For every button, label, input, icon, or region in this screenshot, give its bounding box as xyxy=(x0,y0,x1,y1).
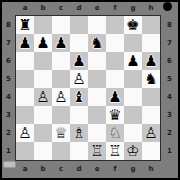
square-d5[interactable]: ♙ xyxy=(70,70,88,88)
square-a4[interactable] xyxy=(16,88,34,106)
square-a6[interactable] xyxy=(16,52,34,70)
square-c3[interactable] xyxy=(52,106,70,124)
square-d1[interactable] xyxy=(70,142,88,160)
square-g2[interactable] xyxy=(124,124,142,142)
rank-label-7: 7 xyxy=(161,34,178,52)
chess-diagram: abcdefgh abcdefgh 87654321 87654321 ♜♚♟♟… xyxy=(0,0,180,180)
piece-black-pawn[interactable]: ♟ xyxy=(144,52,157,70)
file-label-a: a xyxy=(16,163,34,176)
square-d7[interactable] xyxy=(70,34,88,52)
rank-labels-right: 87654321 xyxy=(161,16,178,160)
rank-label-7: 7 xyxy=(2,34,15,52)
square-h3[interactable] xyxy=(142,106,160,124)
file-label-c: c xyxy=(52,163,70,176)
black-to-move-indicator xyxy=(163,2,172,11)
square-b8[interactable] xyxy=(34,16,52,34)
square-f3[interactable]: ♛ xyxy=(106,106,124,124)
square-a7[interactable]: ♟ xyxy=(16,34,34,52)
square-c5[interactable] xyxy=(52,70,70,88)
square-f6[interactable] xyxy=(106,52,124,70)
square-h6[interactable]: ♟ xyxy=(142,52,160,70)
rank-label-4: 4 xyxy=(2,88,15,106)
frame-corner-badge xyxy=(3,161,16,168)
rank-label-1: 1 xyxy=(161,142,178,160)
square-b5[interactable] xyxy=(34,70,52,88)
rank-label-2: 2 xyxy=(161,124,178,142)
file-labels-top: abcdefgh xyxy=(16,2,160,15)
square-f1[interactable]: ♖ xyxy=(106,142,124,160)
square-e3[interactable] xyxy=(88,106,106,124)
piece-black-rook[interactable]: ♜ xyxy=(18,16,31,34)
piece-white-king[interactable]: ♔ xyxy=(126,142,139,160)
piece-white-rook[interactable]: ♖ xyxy=(90,142,103,160)
file-label-f: f xyxy=(106,163,124,176)
chess-board: ♜♚♟♟♟♞♟♟♟♙♞♙♙♝♟♛♙♕♗♘♙♖♖♔ xyxy=(15,15,161,161)
rank-label-6: 6 xyxy=(161,52,178,70)
piece-black-pawn[interactable]: ♟ xyxy=(126,52,139,70)
square-h4[interactable] xyxy=(142,88,160,106)
piece-white-queen[interactable]: ♕ xyxy=(54,124,67,142)
file-label-c: c xyxy=(52,2,70,15)
file-label-e: e xyxy=(88,2,106,15)
piece-black-pawn[interactable]: ♟ xyxy=(72,52,85,70)
square-a1[interactable] xyxy=(16,142,34,160)
square-f2[interactable]: ♘ xyxy=(106,124,124,142)
square-h2[interactable]: ♙ xyxy=(142,124,160,142)
piece-black-knight[interactable]: ♞ xyxy=(90,34,103,52)
piece-black-pawn[interactable]: ♟ xyxy=(36,34,49,52)
rank-label-3: 3 xyxy=(161,106,178,124)
square-e1[interactable]: ♖ xyxy=(88,142,106,160)
piece-black-bishop[interactable]: ♝ xyxy=(72,88,85,106)
piece-black-knight[interactable]: ♞ xyxy=(144,70,157,88)
square-a5[interactable] xyxy=(16,70,34,88)
rank-label-2: 2 xyxy=(2,124,15,142)
square-e5[interactable] xyxy=(88,70,106,88)
square-c7[interactable]: ♟ xyxy=(52,34,70,52)
piece-white-pawn[interactable]: ♙ xyxy=(144,124,157,142)
file-label-f: f xyxy=(106,2,124,15)
rank-label-8: 8 xyxy=(161,16,178,34)
square-h1[interactable] xyxy=(142,142,160,160)
square-f8[interactable] xyxy=(106,16,124,34)
rank-label-5: 5 xyxy=(2,70,15,88)
piece-white-pawn[interactable]: ♙ xyxy=(18,124,31,142)
square-h7[interactable] xyxy=(142,34,160,52)
square-f5[interactable] xyxy=(106,70,124,88)
rank-label-6: 6 xyxy=(2,52,15,70)
square-e8[interactable] xyxy=(88,16,106,34)
rank-label-3: 3 xyxy=(2,106,15,124)
square-a8[interactable]: ♜ xyxy=(16,16,34,34)
square-d3[interactable] xyxy=(70,106,88,124)
square-g3[interactable] xyxy=(124,106,142,124)
piece-white-bishop[interactable]: ♗ xyxy=(72,124,85,142)
rank-label-5: 5 xyxy=(161,70,178,88)
square-f7[interactable] xyxy=(106,34,124,52)
square-b4[interactable]: ♙ xyxy=(34,88,52,106)
square-d2[interactable]: ♗ xyxy=(70,124,88,142)
square-g4[interactable] xyxy=(124,88,142,106)
square-b3[interactable] xyxy=(34,106,52,124)
square-h5[interactable]: ♞ xyxy=(142,70,160,88)
square-b6[interactable] xyxy=(34,52,52,70)
piece-black-king[interactable]: ♚ xyxy=(126,16,139,34)
square-h8[interactable] xyxy=(142,16,160,34)
square-d6[interactable]: ♟ xyxy=(70,52,88,70)
piece-white-knight[interactable]: ♘ xyxy=(108,124,121,142)
square-e2[interactable] xyxy=(88,124,106,142)
file-label-d: d xyxy=(70,163,88,176)
square-g5[interactable] xyxy=(124,70,142,88)
file-labels-bottom: abcdefgh xyxy=(16,161,160,178)
piece-white-pawn[interactable]: ♙ xyxy=(54,88,67,106)
square-e6[interactable] xyxy=(88,52,106,70)
piece-black-pawn[interactable]: ♟ xyxy=(108,88,121,106)
square-g7[interactable] xyxy=(124,34,142,52)
square-f4[interactable]: ♟ xyxy=(106,88,124,106)
square-e4[interactable] xyxy=(88,88,106,106)
square-a3[interactable] xyxy=(16,106,34,124)
piece-black-pawn[interactable]: ♟ xyxy=(18,34,31,52)
square-c8[interactable] xyxy=(52,16,70,34)
square-d8[interactable] xyxy=(70,16,88,34)
square-b1[interactable] xyxy=(34,142,52,160)
rank-labels-left: 87654321 xyxy=(2,16,15,160)
square-b7[interactable]: ♟ xyxy=(34,34,52,52)
file-label-h: h xyxy=(142,163,160,176)
square-c1[interactable] xyxy=(52,142,70,160)
square-g8[interactable]: ♚ xyxy=(124,16,142,34)
file-label-g: g xyxy=(124,163,142,176)
square-c6[interactable] xyxy=(52,52,70,70)
square-c2[interactable]: ♕ xyxy=(52,124,70,142)
rank-label-8: 8 xyxy=(2,16,15,34)
file-label-d: d xyxy=(70,2,88,15)
file-label-b: b xyxy=(34,163,52,176)
square-c4[interactable]: ♙ xyxy=(52,88,70,106)
piece-white-pawn[interactable]: ♙ xyxy=(72,70,85,88)
square-g6[interactable]: ♟ xyxy=(124,52,142,70)
file-label-h: h xyxy=(142,2,160,15)
file-label-g: g xyxy=(124,2,142,15)
piece-black-pawn[interactable]: ♟ xyxy=(54,34,67,52)
square-d4[interactable]: ♝ xyxy=(70,88,88,106)
rank-label-1: 1 xyxy=(2,142,15,160)
square-a2[interactable]: ♙ xyxy=(16,124,34,142)
piece-black-queen[interactable]: ♛ xyxy=(108,106,121,124)
file-label-b: b xyxy=(34,2,52,15)
rank-label-4: 4 xyxy=(161,88,178,106)
square-b2[interactable] xyxy=(34,124,52,142)
piece-white-rook[interactable]: ♖ xyxy=(108,142,121,160)
file-label-e: e xyxy=(88,163,106,176)
file-label-a: a xyxy=(16,2,34,15)
square-e7[interactable]: ♞ xyxy=(88,34,106,52)
square-g1[interactable]: ♔ xyxy=(124,142,142,160)
piece-white-pawn[interactable]: ♙ xyxy=(36,88,49,106)
